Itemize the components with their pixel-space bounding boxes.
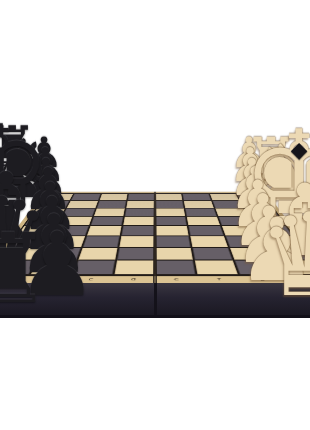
square-e2 [156,248,193,260]
square-g2 [229,248,271,260]
square-h8 [237,194,267,200]
square-e7 [156,201,184,208]
square-f5 [187,217,220,226]
white-pawn: ♟ [229,142,271,189]
square-f6 [185,208,216,216]
square-b2 [39,248,81,260]
square-g4 [221,226,258,236]
square-e4 [156,226,189,236]
file-label-f: f [197,277,241,282]
square-b6 [63,208,95,216]
square-b3 [46,236,85,247]
square-g7 [212,201,243,208]
square-a5 [25,217,61,226]
square-a6 [31,208,65,216]
square-g6 [215,208,247,216]
square-e1 [156,261,196,275]
square-d1 [114,261,154,275]
square-h7 [240,201,272,208]
square-c7 [97,201,127,208]
square-d7 [126,201,154,208]
box-fold-seam [154,283,157,315]
square-b4 [52,226,89,236]
file-label-d: d [112,277,155,282]
white-rook: ♜ [243,130,299,192]
square-f3 [191,236,228,247]
chess-board: abcdefgh [0,192,310,283]
board-playing-surface: abcdefgh [0,192,310,283]
square-d4 [121,226,154,236]
square-h6 [245,208,279,216]
square-b1 [31,261,76,275]
black-pawn: ♟ [24,142,66,189]
square-b7 [67,201,98,208]
square-e3 [156,236,191,247]
square-c6 [94,208,125,216]
square-h3 [260,236,301,247]
square-d3 [119,236,154,247]
square-c8 [99,194,127,200]
square-e8 [156,194,183,200]
square-f8 [183,194,211,200]
square-f1 [195,261,237,275]
board-box-front-edge [0,283,310,318]
square-d8 [127,194,154,200]
black-rook: ♜ [0,119,37,175]
file-label-e: e [155,277,198,282]
square-c5 [90,217,123,226]
square-a8 [43,194,73,200]
square-e5 [156,217,187,226]
square-d6 [125,208,155,216]
square-f4 [189,226,224,236]
square-h5 [249,217,285,226]
square-c2 [78,248,117,260]
file-label-g: g [240,277,285,282]
file-label-b: b [25,277,70,282]
product-photo-scene: abcdefgh ♜♟♟♟♟♜♟♟♞♞♚♟♟♚◆♟♟♝♟♟♝♟♟♛♟♟♛♜ [0,0,310,430]
square-g8 [210,194,239,200]
black-pawn: ♟ [25,132,63,174]
file-label-a: a [0,277,28,282]
file-label-h: h [282,277,310,282]
square-g1 [234,261,279,275]
square-f2 [193,248,232,260]
square-d2 [117,248,154,260]
square-g3 [225,236,264,247]
square-g5 [218,217,252,226]
white-pawn: ♟ [230,132,268,174]
white-king-finial: ◆ [291,139,308,161]
square-f7 [184,201,214,208]
file-label-c: c [68,277,112,282]
square-c1 [73,261,115,275]
square-a3 [9,236,50,247]
square-c4 [87,226,122,236]
square-c3 [83,236,120,247]
square-b8 [71,194,100,200]
square-d5 [123,217,154,226]
square-b5 [58,217,92,226]
square-h1 [273,261,310,275]
square-h2 [266,248,310,260]
square-a7 [37,201,69,208]
square-a4 [17,226,55,236]
square-h4 [254,226,292,236]
square-a2 [0,248,44,260]
square-e6 [156,208,186,216]
